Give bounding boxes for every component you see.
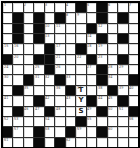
clue-number: 41 (4, 96, 8, 99)
cell-r1c3[interactable]: 2 (24, 3, 33, 12)
cell-r2c3[interactable] (24, 13, 33, 22)
cell-r10c10[interactable]: 44 (97, 96, 106, 105)
clue-number: 13 (45, 34, 49, 37)
clue-number: 28 (108, 65, 112, 68)
cell-r12c3[interactable] (24, 117, 33, 126)
black-cell-r12c8 (76, 117, 85, 126)
clue-number: 23 (98, 55, 102, 58)
clue-number: 10 (45, 24, 49, 27)
cell-r8c7[interactable]: 33 (66, 75, 75, 84)
cell-r4c3[interactable] (24, 34, 33, 43)
cell-r10c2[interactable] (13, 96, 22, 105)
cell-r10c7[interactable]: 43 (66, 96, 75, 105)
cell-r2c9[interactable] (87, 13, 96, 22)
cell-r7c8[interactable] (76, 65, 85, 74)
black-cell-r5c5 (45, 44, 54, 53)
black-cell-r5c8 (76, 44, 85, 53)
cell-r3c7[interactable] (66, 24, 75, 33)
cell-r5c6[interactable]: 17 (55, 44, 64, 53)
black-cell-r8c13 (129, 75, 138, 84)
cell-r9c13[interactable]: 40 (129, 86, 138, 95)
clue-number: 32 (45, 75, 49, 78)
clue-number: 27 (87, 65, 91, 68)
clue-number: 8 (66, 13, 68, 16)
cell-r1c2[interactable] (13, 3, 22, 12)
clue-number: 60 (108, 127, 112, 130)
clue-number: 51 (119, 107, 123, 110)
cell-r3c12[interactable] (118, 24, 127, 33)
clue-number: 4 (66, 3, 68, 6)
cell-r12c5[interactable]: 54 (45, 117, 54, 126)
black-cell-r7c10 (97, 65, 106, 74)
cell-r10c5[interactable]: 42 (45, 96, 54, 105)
black-cell-r1c8 (76, 3, 85, 12)
clue-number: 15 (4, 44, 8, 47)
cell-r9c12[interactable]: 39 (118, 86, 127, 95)
cell-r2c8[interactable]: 9 (76, 13, 85, 22)
cell-r8c8[interactable] (76, 75, 85, 84)
clue-number: 58 (45, 127, 49, 130)
clue-number: 50 (108, 107, 112, 110)
filled-letter: Y (76, 96, 85, 105)
cell-r5c12[interactable] (118, 44, 127, 53)
cell-r10c3[interactable] (24, 96, 33, 105)
cell-r14c11[interactable] (108, 138, 117, 147)
cell-r5c3[interactable] (24, 44, 33, 53)
cell-r9c9[interactable] (87, 86, 96, 95)
clue-number: 36 (56, 86, 60, 89)
cell-r11c11[interactable]: 50 (108, 107, 117, 116)
black-cell-r11c10 (97, 107, 106, 116)
cell-r1c7[interactable]: 4 (66, 3, 75, 12)
cell-r11c9[interactable]: 49 (87, 107, 96, 116)
black-cell-r3c9 (87, 24, 96, 33)
black-cell-r4c10 (97, 34, 106, 43)
cell-r14c12[interactable] (118, 138, 127, 147)
clue-number: 40 (129, 86, 133, 89)
cell-r14c1[interactable]: 61 (3, 138, 12, 147)
cell-r9c6[interactable]: 36 (55, 86, 64, 95)
clue-number: 30 (4, 75, 8, 78)
black-cell-r3c2 (13, 24, 22, 33)
cell-r6c6[interactable]: 21 (55, 55, 64, 64)
cell-r12c2[interactable]: 53 (13, 117, 22, 126)
cell-r1c13[interactable]: 7 (129, 3, 138, 12)
clue-number: 14 (87, 34, 91, 37)
black-cell-r7c5 (45, 65, 54, 74)
cell-r8c4[interactable]: 31 (34, 75, 43, 84)
black-cell-r6c9 (87, 55, 96, 64)
clue-number: 49 (87, 107, 91, 110)
clue-number: 44 (98, 96, 102, 99)
clue-number: 35 (24, 86, 28, 89)
black-cell-r13c10 (97, 127, 106, 136)
clue-number: 37 (77, 86, 81, 89)
cell-r7c3[interactable] (24, 65, 33, 74)
cell-r6c8[interactable]: 22 (76, 55, 85, 64)
cell-r11c12[interactable]: 51 (118, 107, 127, 116)
cell-r11c4[interactable]: 47 (34, 107, 43, 116)
cell-r7c9[interactable]: 27 (87, 65, 96, 74)
clue-number: 47 (35, 107, 39, 110)
clue-number: 6 (108, 3, 110, 6)
black-cell-r3c4 (34, 24, 43, 33)
cell-r3c5[interactable]: 10 (45, 24, 54, 33)
clue-number: 12 (98, 24, 102, 27)
clue-number: 48 (56, 107, 60, 110)
clue-number: 9 (77, 13, 79, 16)
clue-number: 31 (35, 75, 39, 78)
clue-number: 54 (45, 117, 49, 120)
cell-r4c1[interactable] (3, 34, 12, 43)
black-cell-r6c1 (3, 55, 12, 64)
crossword-grid: 1234567891011121314151617181920212223242… (1, 1, 140, 148)
cell-r6c10[interactable]: 23 (97, 55, 106, 64)
cell-r12c1[interactable]: 52 (3, 117, 12, 126)
cell-r12c7[interactable] (66, 117, 75, 126)
cell-r1c4[interactable] (34, 3, 43, 12)
black-cell-r14c4 (34, 138, 43, 147)
cell-r13c13[interactable] (129, 127, 138, 136)
cell-r8c2[interactable] (13, 75, 22, 84)
cell-r9c3[interactable]: 35 (24, 86, 33, 95)
cell-r12c9[interactable]: 55 (87, 117, 96, 126)
cell-r3c3[interactable] (24, 24, 33, 33)
clue-number: 18 (87, 44, 91, 47)
cell-r4c11[interactable] (108, 34, 117, 43)
clue-number: 59 (77, 127, 81, 130)
black-cell-r2c4 (34, 13, 43, 22)
clue-number: 42 (45, 96, 49, 99)
clue-number: 55 (87, 117, 91, 120)
black-cell-r13c7 (66, 127, 75, 136)
cell-r8c5[interactable]: 32 (45, 75, 54, 84)
black-cell-r11c2 (13, 107, 22, 116)
cell-r3c6[interactable]: 11 (55, 24, 64, 33)
cell-r7c7[interactable] (66, 65, 75, 74)
black-cell-r4c12 (118, 34, 127, 43)
cell-r11c6[interactable]: 48 (55, 107, 64, 116)
cell-r6c13[interactable] (129, 55, 138, 64)
cell-r1c1[interactable]: 1 (3, 3, 12, 12)
clue-number: 25 (35, 65, 39, 68)
cell-r11c7[interactable] (66, 107, 75, 116)
cell-r4c5[interactable]: 13 (45, 34, 54, 43)
black-cell-r8c6 (55, 75, 64, 84)
cell-r7c11[interactable]: 28 (108, 65, 117, 74)
black-cell-r4c2 (13, 34, 22, 43)
clue-number: 5 (87, 3, 89, 6)
cell-r14c7[interactable]: 62 (66, 138, 75, 147)
cell-r7c12[interactable]: 29 (118, 65, 127, 74)
black-cell-r8c10 (97, 75, 106, 84)
cell-r10c11[interactable]: 45 (108, 96, 117, 105)
black-cell-r6c4 (34, 55, 43, 64)
cell-r13c5[interactable]: 58 (45, 127, 54, 136)
black-cell-r10c4 (34, 96, 43, 105)
cell-r1c9[interactable]: 5 (87, 3, 96, 12)
cell-r8c9[interactable] (87, 75, 96, 84)
cell-r1c12[interactable] (118, 3, 127, 12)
clue-number: 57 (14, 127, 18, 130)
cell-r11c1[interactable] (3, 107, 12, 116)
cell-r8c12[interactable] (118, 75, 127, 84)
black-cell-r13c4 (34, 127, 43, 136)
clue-number: 61 (4, 138, 8, 141)
cell-r9c4[interactable] (34, 86, 43, 95)
clue-number: 21 (56, 55, 60, 58)
cell-r4c6[interactable] (55, 34, 64, 43)
cell-r12c13[interactable]: 56 (129, 117, 138, 126)
cell-r12c12[interactable] (118, 117, 127, 126)
cell-r13c3[interactable] (24, 127, 33, 136)
black-cell-r2c6 (55, 13, 64, 22)
cell-r14c2[interactable] (13, 138, 22, 147)
clue-number: 3 (45, 3, 47, 6)
cell-r7c6[interactable]: 26 (55, 65, 64, 74)
cell-r12c6[interactable] (55, 117, 64, 126)
cell-r10c13[interactable] (129, 96, 138, 105)
black-cell-r11c5 (45, 107, 54, 116)
cell-r7c1[interactable]: 24 (3, 65, 12, 74)
cell-r5c7[interactable] (66, 44, 75, 53)
cell-r3c8[interactable] (76, 24, 85, 33)
clue-number: 39 (119, 86, 123, 89)
cell-r9c5[interactable] (45, 86, 54, 95)
clue-number: 22 (77, 55, 81, 58)
cell-r5c11[interactable] (108, 44, 117, 53)
cell-r12c10[interactable] (97, 117, 106, 126)
clue-number: 1 (4, 3, 6, 6)
cell-r14c3[interactable] (24, 138, 33, 147)
cell-r2c5[interactable] (45, 13, 54, 22)
cell-r9c10[interactable]: 38 (97, 86, 106, 95)
cell-r13c2[interactable]: 57 (13, 127, 22, 136)
cell-r5c2[interactable]: 16 (13, 44, 22, 53)
cell-r2c1[interactable] (3, 13, 12, 22)
clue-number: 43 (66, 96, 70, 99)
cell-r1c5[interactable]: 3 (45, 3, 54, 12)
cell-r10c1[interactable]: 41 (3, 96, 12, 105)
clue-number: 26 (56, 65, 60, 68)
clue-number: 62 (66, 138, 70, 141)
clue-number: 24 (4, 65, 8, 68)
cell-r7c4[interactable]: 25 (34, 65, 43, 74)
black-cell-r10c12 (118, 96, 127, 105)
cell-r14c8[interactable] (76, 138, 85, 147)
black-cell-r2c10 (97, 13, 106, 22)
cell-r9c1[interactable] (3, 86, 12, 95)
black-cell-r9c2 (13, 86, 22, 95)
cell-r6c2[interactable]: 20 (13, 55, 22, 64)
cell-r5c13[interactable] (129, 44, 138, 53)
cell-r6c7[interactable] (66, 55, 75, 64)
clue-number: 20 (14, 55, 18, 58)
filled-letter: S (76, 107, 85, 116)
clue-number: 53 (14, 117, 18, 120)
cell-r14c9[interactable] (87, 138, 96, 147)
cell-r4c13[interactable] (129, 34, 138, 43)
clue-number: 17 (56, 44, 60, 47)
cell-r8c11[interactable]: 34 (108, 75, 117, 84)
clue-number: 56 (129, 117, 133, 120)
cell-r5c9[interactable]: 18 (87, 44, 96, 53)
cell-r2c7[interactable]: 8 (66, 13, 75, 22)
clue-number: 2 (24, 3, 26, 6)
cell-r11c3[interactable]: 46 (24, 107, 33, 116)
clue-number: 29 (119, 65, 123, 68)
cell-r3c1[interactable] (3, 24, 12, 33)
clue-number: 34 (108, 75, 112, 78)
cell-r4c8[interactable] (76, 34, 85, 43)
cell-r13c8[interactable]: 59 (76, 127, 85, 136)
clue-number: 46 (24, 107, 28, 110)
filled-letter: T (76, 86, 85, 95)
cell-r9c8[interactable]: 37T (76, 86, 85, 95)
black-cell-r9c11 (108, 86, 117, 95)
cell-r6c11[interactable] (108, 55, 117, 64)
black-cell-r10c9 (87, 96, 96, 105)
cell-r6c3[interactable] (24, 55, 33, 64)
cell-r12c4[interactable] (34, 117, 43, 126)
black-cell-r9c7 (66, 86, 75, 95)
cell-r1c6[interactable] (55, 3, 64, 12)
black-cell-r8c3 (24, 75, 33, 84)
cell-r3c10[interactable]: 12 (97, 24, 106, 33)
cell-r13c11[interactable]: 60 (108, 127, 117, 136)
black-cell-r2c2 (13, 13, 22, 22)
cell-r13c6[interactable] (55, 127, 64, 136)
cell-r4c7[interactable] (66, 34, 75, 43)
cell-r10c6[interactable] (55, 96, 64, 105)
cell-r7c13[interactable] (129, 65, 138, 74)
black-cell-r6c12 (118, 55, 127, 64)
cell-r12c11[interactable] (108, 117, 117, 126)
black-cell-r1c10 (97, 3, 106, 12)
clue-number: 7 (129, 3, 131, 6)
cell-r13c9[interactable] (87, 127, 96, 136)
clue-number: 33 (66, 75, 70, 78)
clue-number: 16 (14, 44, 18, 47)
cell-r5c1[interactable]: 15 (3, 44, 12, 53)
cell-r13c12[interactable] (118, 127, 127, 136)
cell-r14c10[interactable] (97, 138, 106, 147)
cell-r5c10[interactable]: 19 (97, 44, 106, 53)
cell-r10c8[interactable]: Y (76, 96, 85, 105)
clue-number: 52 (4, 117, 8, 120)
cell-r14c5[interactable] (45, 138, 54, 147)
cell-r4c9[interactable]: 14 (87, 34, 96, 43)
cell-r11c8[interactable]: S (76, 107, 85, 116)
cell-r2c11[interactable] (108, 13, 117, 22)
black-cell-r6c5 (45, 55, 54, 64)
black-cell-r2c12 (118, 13, 127, 22)
black-cell-r11c13 (129, 107, 138, 116)
black-cell-r14c6 (55, 138, 64, 147)
cell-r2c13[interactable] (129, 13, 138, 22)
cell-r3c11[interactable] (108, 24, 117, 33)
cell-r8c1[interactable]: 30 (3, 75, 12, 84)
black-cell-r13c1 (3, 127, 12, 136)
clue-number: 38 (98, 86, 102, 89)
black-cell-r4c4 (34, 34, 43, 43)
cell-r1c11[interactable]: 6 (108, 3, 117, 12)
cell-r7c2[interactable] (13, 65, 22, 74)
clue-number: 11 (56, 24, 60, 27)
cell-r3c13[interactable] (129, 24, 138, 33)
clue-number: 45 (108, 96, 112, 99)
clue-number: 19 (98, 44, 102, 47)
cell-r14c13[interactable] (129, 138, 138, 147)
cell-r5c4[interactable] (34, 44, 43, 53)
